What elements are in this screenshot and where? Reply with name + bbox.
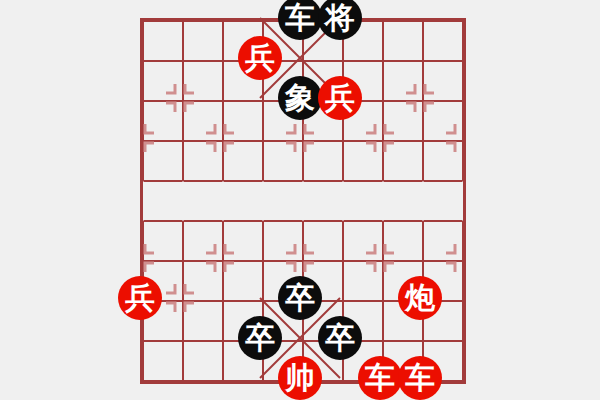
board-cell [183, 141, 223, 181]
piece-red-cannon[interactable]: 炮 [398, 276, 442, 320]
board-cell [183, 341, 223, 381]
board-cell [183, 301, 223, 341]
board-cell [383, 21, 423, 61]
xiangqi-diagram: 车将兵象兵兵卒炮卒卒帅车车 [0, 0, 600, 400]
board-cell [303, 221, 343, 261]
board-cell [423, 21, 463, 61]
board-cell [143, 21, 183, 61]
board-cell [263, 141, 303, 181]
board-cell [423, 221, 463, 261]
river-cell [423, 181, 463, 221]
board-cell [423, 141, 463, 181]
board-cell [383, 221, 423, 261]
board-cell [183, 101, 223, 141]
board-cell [183, 21, 223, 61]
board-cell [223, 221, 263, 261]
river-cell [303, 181, 343, 221]
piece-red-soldier[interactable]: 兵 [238, 36, 282, 80]
board-cell [383, 61, 423, 101]
board-cell [143, 141, 183, 181]
piece-red-chariot[interactable]: 车 [398, 356, 442, 400]
board-cell [383, 101, 423, 141]
board-cell [223, 261, 263, 301]
board-cell [183, 261, 223, 301]
piece-red-soldier[interactable]: 兵 [318, 76, 362, 120]
board-cell [343, 261, 383, 301]
board-cell [383, 141, 423, 181]
board-cell [183, 221, 223, 261]
board-cell [143, 61, 183, 101]
piece-red-general[interactable]: 帅 [278, 356, 322, 400]
board-cell [183, 61, 223, 101]
board-cell [223, 101, 263, 141]
board-cell [303, 141, 343, 181]
xiangqi-board [140, 18, 466, 384]
board-cell [223, 141, 263, 181]
board-cell [143, 221, 183, 261]
river-cell [343, 181, 383, 221]
river-cell [223, 181, 263, 221]
piece-black-elephant[interactable]: 象 [278, 76, 322, 120]
board-cell [423, 61, 463, 101]
piece-black-soldier[interactable]: 卒 [318, 316, 362, 360]
board-cell [263, 221, 303, 261]
river-cell [263, 181, 303, 221]
piece-red-soldier[interactable]: 兵 [118, 276, 162, 320]
board-cell [143, 101, 183, 141]
river-cell [383, 181, 423, 221]
river-cell [143, 181, 183, 221]
river-cell [183, 181, 223, 221]
board-cell [343, 221, 383, 261]
piece-black-soldier[interactable]: 卒 [278, 276, 322, 320]
board-cell [343, 141, 383, 181]
piece-red-chariot[interactable]: 车 [358, 356, 402, 400]
piece-black-soldier[interactable]: 卒 [238, 316, 282, 360]
board-cell [143, 341, 183, 381]
board-cell [423, 101, 463, 141]
